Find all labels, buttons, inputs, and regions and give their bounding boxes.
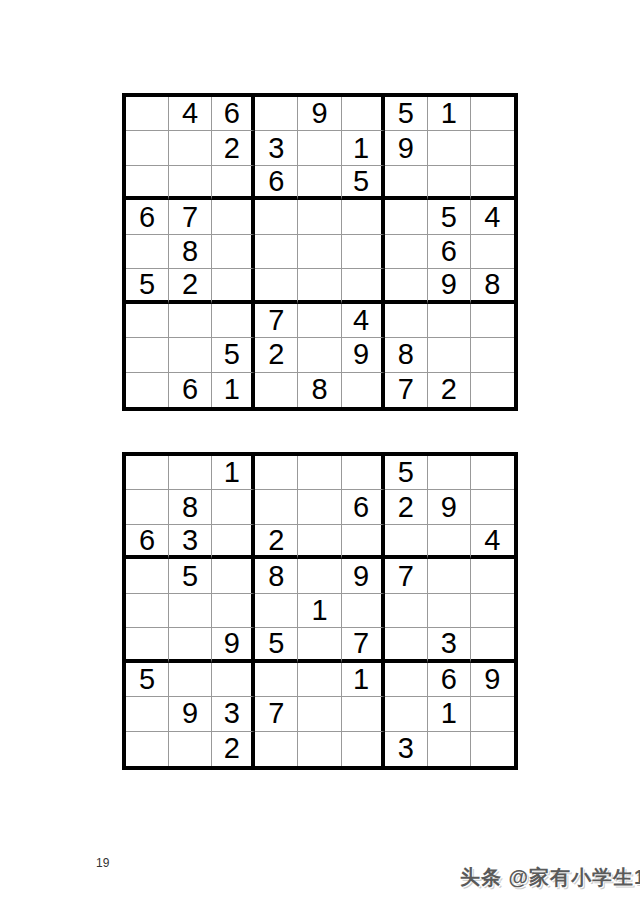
cell-r4c4: 8 <box>255 559 298 593</box>
cell-r2c8 <box>428 131 471 165</box>
cell-r9c2 <box>169 732 212 766</box>
cell-r6c8: 3 <box>428 628 471 662</box>
cell-r8c8 <box>428 338 471 372</box>
cell-r3c6: 5 <box>342 166 385 200</box>
cell-r6c9 <box>471 628 514 662</box>
cell-r7c8 <box>428 304 471 338</box>
cell-r6c1 <box>126 628 169 662</box>
cell-r1c1 <box>126 97 169 131</box>
cell-r6c2 <box>169 628 212 662</box>
page-number: 19 <box>96 856 109 870</box>
cell-r8c3: 5 <box>212 338 255 372</box>
cell-r3c8 <box>428 525 471 559</box>
cell-r5c8: 6 <box>428 235 471 269</box>
cell-r5c9 <box>471 594 514 628</box>
cell-r2c9 <box>471 490 514 524</box>
cell-r7c4: 7 <box>255 304 298 338</box>
cell-r4c9: 4 <box>471 200 514 234</box>
cell-r6c5 <box>298 628 341 662</box>
cell-r1c7: 5 <box>385 97 428 131</box>
cell-r4c2: 5 <box>169 559 212 593</box>
cell-r2c4: 3 <box>255 131 298 165</box>
cell-r7c9 <box>471 304 514 338</box>
cell-r6c5 <box>298 269 341 303</box>
cell-r5c3 <box>212 594 255 628</box>
cell-r3c8 <box>428 166 471 200</box>
cell-r1c2 <box>169 456 212 490</box>
cell-r1c8: 1 <box>428 97 471 131</box>
cell-r1c9 <box>471 97 514 131</box>
cell-r7c7 <box>385 304 428 338</box>
cell-r8c5 <box>298 338 341 372</box>
cell-r3c4: 6 <box>255 166 298 200</box>
cell-r6c3: 9 <box>212 628 255 662</box>
cell-r3c3 <box>212 166 255 200</box>
cell-r1c9 <box>471 456 514 490</box>
cell-r9c6 <box>342 373 385 407</box>
cell-r2c1 <box>126 131 169 165</box>
cell-r5c2: 8 <box>169 235 212 269</box>
cell-r9c9 <box>471 732 514 766</box>
cell-r8c2: 9 <box>169 697 212 731</box>
cell-r9c5 <box>298 732 341 766</box>
cell-r6c7 <box>385 628 428 662</box>
cell-r6c6: 7 <box>342 628 385 662</box>
cell-r8c9 <box>471 338 514 372</box>
cell-r9c1 <box>126 732 169 766</box>
cell-r6c1: 5 <box>126 269 169 303</box>
cell-r2c6: 6 <box>342 490 385 524</box>
cell-r5c4 <box>255 594 298 628</box>
cell-r7c6: 1 <box>342 663 385 697</box>
cell-r6c8: 9 <box>428 269 471 303</box>
cell-r6c6 <box>342 269 385 303</box>
cell-r5c3 <box>212 235 255 269</box>
cell-r2c3 <box>212 490 255 524</box>
cell-r7c2 <box>169 663 212 697</box>
cell-r5c6 <box>342 235 385 269</box>
cell-r7c4 <box>255 663 298 697</box>
cell-r4c6: 9 <box>342 559 385 593</box>
cell-r1c4 <box>255 456 298 490</box>
cell-r5c9 <box>471 235 514 269</box>
cell-r9c4 <box>255 373 298 407</box>
cell-r8c1 <box>126 697 169 731</box>
cell-r3c5 <box>298 166 341 200</box>
cell-r9c8 <box>428 732 471 766</box>
cell-r7c5 <box>298 304 341 338</box>
cell-r4c2: 7 <box>169 200 212 234</box>
cell-r8c6 <box>342 697 385 731</box>
cell-r1c8 <box>428 456 471 490</box>
cell-r2c2 <box>169 131 212 165</box>
cell-r3c6 <box>342 525 385 559</box>
cell-r3c7 <box>385 166 428 200</box>
cell-r4c7 <box>385 200 428 234</box>
cell-r1c3: 1 <box>212 456 255 490</box>
cell-r1c4 <box>255 97 298 131</box>
cell-r6c3 <box>212 269 255 303</box>
cell-r2c6: 1 <box>342 131 385 165</box>
cell-r2c5 <box>298 131 341 165</box>
cell-r4c9 <box>471 559 514 593</box>
cell-r4c8 <box>428 559 471 593</box>
cell-r6c9: 8 <box>471 269 514 303</box>
cell-r3c3 <box>212 525 255 559</box>
cell-r5c1 <box>126 235 169 269</box>
cell-r4c5 <box>298 559 341 593</box>
cell-r4c8: 5 <box>428 200 471 234</box>
cell-r1c5 <box>298 456 341 490</box>
cell-r4c4 <box>255 200 298 234</box>
cell-r7c3 <box>212 304 255 338</box>
cell-r9c6 <box>342 732 385 766</box>
cell-r8c6: 9 <box>342 338 385 372</box>
cell-r7c3 <box>212 663 255 697</box>
cell-r9c7: 3 <box>385 732 428 766</box>
cell-r2c2: 8 <box>169 490 212 524</box>
cell-r6c4 <box>255 269 298 303</box>
cell-r1c1 <box>126 456 169 490</box>
cell-r8c5 <box>298 697 341 731</box>
cell-r3c9: 4 <box>471 525 514 559</box>
cell-r8c7: 8 <box>385 338 428 372</box>
cell-r5c8 <box>428 594 471 628</box>
cell-r8c2 <box>169 338 212 372</box>
cell-r2c8: 9 <box>428 490 471 524</box>
cell-r9c7: 7 <box>385 373 428 407</box>
cell-r5c7 <box>385 235 428 269</box>
cell-r8c8: 1 <box>428 697 471 731</box>
cell-r4c3 <box>212 200 255 234</box>
cell-r5c5: 1 <box>298 594 341 628</box>
cell-r3c1 <box>126 166 169 200</box>
cell-r8c1 <box>126 338 169 372</box>
cell-r4c6 <box>342 200 385 234</box>
cell-r4c1: 6 <box>126 200 169 234</box>
cell-r2c7: 9 <box>385 131 428 165</box>
cell-r2c5 <box>298 490 341 524</box>
cell-r2c9 <box>471 131 514 165</box>
cell-r1c3: 6 <box>212 97 255 131</box>
cell-r9c5: 8 <box>298 373 341 407</box>
cell-r6c4: 5 <box>255 628 298 662</box>
cell-r3c7 <box>385 525 428 559</box>
cell-r1c5: 9 <box>298 97 341 131</box>
cell-r1c2: 4 <box>169 97 212 131</box>
cell-r4c1 <box>126 559 169 593</box>
cell-r7c7 <box>385 663 428 697</box>
cell-r8c3: 3 <box>212 697 255 731</box>
cell-r3c5 <box>298 525 341 559</box>
cell-r5c1 <box>126 594 169 628</box>
cell-r2c4 <box>255 490 298 524</box>
cell-r7c6: 4 <box>342 304 385 338</box>
cell-r3c1: 6 <box>126 525 169 559</box>
watermark-text: 头条 @家有小学生123 <box>460 864 640 891</box>
cell-r8c7 <box>385 697 428 731</box>
cell-r2c7: 2 <box>385 490 428 524</box>
cell-r1c6 <box>342 456 385 490</box>
cell-r6c7 <box>385 269 428 303</box>
cell-r5c2 <box>169 594 212 628</box>
cell-r5c5 <box>298 235 341 269</box>
cell-r4c7: 7 <box>385 559 428 593</box>
cell-r8c9 <box>471 697 514 731</box>
cell-r2c3: 2 <box>212 131 255 165</box>
cell-r5c7 <box>385 594 428 628</box>
cell-r5c6 <box>342 594 385 628</box>
cell-r5c4 <box>255 235 298 269</box>
cell-r7c9: 9 <box>471 663 514 697</box>
sudoku-grid-1: 46951231965675486529874529861872 <box>122 93 518 411</box>
cell-r9c1 <box>126 373 169 407</box>
cell-r4c3 <box>212 559 255 593</box>
cell-r7c5 <box>298 663 341 697</box>
cell-r7c8: 6 <box>428 663 471 697</box>
cell-r3c9 <box>471 166 514 200</box>
cell-r8c4: 2 <box>255 338 298 372</box>
cell-r3c2: 3 <box>169 525 212 559</box>
cell-r9c3: 2 <box>212 732 255 766</box>
cell-r1c6 <box>342 97 385 131</box>
cell-r9c9 <box>471 373 514 407</box>
cell-r7c1: 5 <box>126 663 169 697</box>
cell-r7c2 <box>169 304 212 338</box>
cell-r3c4: 2 <box>255 525 298 559</box>
cell-r8c4: 7 <box>255 697 298 731</box>
cell-r1c7: 5 <box>385 456 428 490</box>
cell-r9c3: 1 <box>212 373 255 407</box>
cell-r3c2 <box>169 166 212 200</box>
cell-r9c4 <box>255 732 298 766</box>
cell-r7c1 <box>126 304 169 338</box>
cell-r9c2: 6 <box>169 373 212 407</box>
sudoku-grid-2: 15862963245897195735169937123 <box>122 452 518 770</box>
cell-r4c5 <box>298 200 341 234</box>
cell-r2c1 <box>126 490 169 524</box>
cell-r6c2: 2 <box>169 269 212 303</box>
printable-sudoku-page: 46951231965675486529874529861872 1586296… <box>0 0 640 906</box>
cell-r9c8: 2 <box>428 373 471 407</box>
